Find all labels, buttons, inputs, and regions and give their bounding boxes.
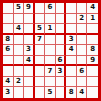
cell-r2c7[interactable] bbox=[66, 14, 77, 25]
cell-r8c1[interactable]: 4 bbox=[3, 77, 14, 88]
cell-r1c8[interactable] bbox=[77, 3, 88, 14]
cell-r3c6[interactable] bbox=[56, 24, 67, 35]
cell-r6c8[interactable] bbox=[77, 56, 88, 67]
cell-r2c6[interactable] bbox=[56, 14, 67, 25]
cell-r4c1[interactable]: 8 bbox=[3, 35, 14, 46]
cell-r5c1[interactable]: 6 bbox=[3, 45, 14, 56]
cell-r1c1[interactable] bbox=[3, 3, 14, 14]
cell-r3c4[interactable]: 5 bbox=[35, 24, 46, 35]
cell-r4c3[interactable] bbox=[24, 35, 35, 46]
cell-r2c1[interactable] bbox=[3, 14, 14, 25]
cell-r6c2[interactable] bbox=[14, 56, 25, 67]
cell-r4c2[interactable] bbox=[14, 35, 25, 46]
cell-r9c3[interactable] bbox=[24, 87, 35, 98]
cell-r4c9[interactable] bbox=[87, 35, 98, 46]
cell-r3c7[interactable] bbox=[66, 24, 77, 35]
cell-r5c4[interactable] bbox=[35, 45, 46, 56]
sudoku-board: 5964214518736348469736423584 bbox=[0, 0, 101, 101]
cell-r2c4[interactable] bbox=[35, 14, 46, 25]
cell-r9c5[interactable]: 5 bbox=[45, 87, 56, 98]
cell-r1c7[interactable] bbox=[66, 3, 77, 14]
cell-r6c6[interactable]: 6 bbox=[56, 56, 67, 67]
cell-r5c7[interactable]: 4 bbox=[66, 45, 77, 56]
cell-r9c9[interactable] bbox=[87, 87, 98, 98]
cell-r6c5[interactable] bbox=[45, 56, 56, 67]
cell-r6c3[interactable]: 4 bbox=[24, 56, 35, 67]
cell-r7c5[interactable]: 7 bbox=[45, 66, 56, 77]
cell-r8c3[interactable] bbox=[24, 77, 35, 88]
cell-r8c4[interactable] bbox=[35, 77, 46, 88]
cell-r8c6[interactable] bbox=[56, 77, 67, 88]
cell-r2c3[interactable] bbox=[24, 14, 35, 25]
cell-r2c9[interactable]: 1 bbox=[87, 14, 98, 25]
cell-r3c3[interactable] bbox=[24, 24, 35, 35]
cell-r7c6[interactable]: 3 bbox=[56, 66, 67, 77]
cell-r7c4[interactable] bbox=[35, 66, 46, 77]
cell-r5c5[interactable] bbox=[45, 45, 56, 56]
cell-r4c6[interactable] bbox=[56, 35, 67, 46]
cell-r9c7[interactable]: 8 bbox=[66, 87, 77, 98]
cell-r6c7[interactable] bbox=[66, 56, 77, 67]
cell-r6c1[interactable] bbox=[3, 56, 14, 67]
cell-r3c8[interactable] bbox=[77, 24, 88, 35]
cell-r7c1[interactable] bbox=[3, 66, 14, 77]
cell-r8c7[interactable] bbox=[66, 77, 77, 88]
cell-r5c6[interactable] bbox=[56, 45, 67, 56]
cell-r6c4[interactable] bbox=[35, 56, 46, 67]
cell-r9c1[interactable]: 3 bbox=[3, 87, 14, 98]
cell-r7c8[interactable]: 6 bbox=[77, 66, 88, 77]
cell-r9c2[interactable] bbox=[14, 87, 25, 98]
cell-r4c4[interactable]: 7 bbox=[35, 35, 46, 46]
cell-r1c6[interactable] bbox=[56, 3, 67, 14]
cell-r1c4[interactable] bbox=[35, 3, 46, 14]
cell-r8c9[interactable] bbox=[87, 77, 98, 88]
cell-r9c8[interactable]: 4 bbox=[77, 87, 88, 98]
cell-r3c2[interactable]: 4 bbox=[14, 24, 25, 35]
cell-r2c2[interactable] bbox=[14, 14, 25, 25]
cell-r4c8[interactable] bbox=[77, 35, 88, 46]
cell-r5c2[interactable] bbox=[14, 45, 25, 56]
cell-r3c9[interactable] bbox=[87, 24, 98, 35]
cell-r1c3[interactable]: 9 bbox=[24, 3, 35, 14]
cell-r7c3[interactable] bbox=[24, 66, 35, 77]
cell-r3c5[interactable]: 1 bbox=[45, 24, 56, 35]
cell-r8c5[interactable] bbox=[45, 77, 56, 88]
cell-r4c7[interactable]: 3 bbox=[66, 35, 77, 46]
cell-r9c6[interactable] bbox=[56, 87, 67, 98]
cell-r1c5[interactable]: 6 bbox=[45, 3, 56, 14]
cell-r8c8[interactable] bbox=[77, 77, 88, 88]
cell-r7c7[interactable] bbox=[66, 66, 77, 77]
cell-r1c2[interactable]: 5 bbox=[14, 3, 25, 14]
cell-r1c9[interactable]: 4 bbox=[87, 3, 98, 14]
cell-r7c2[interactable] bbox=[14, 66, 25, 77]
cell-r5c9[interactable]: 8 bbox=[87, 45, 98, 56]
cell-r5c3[interactable]: 3 bbox=[24, 45, 35, 56]
cell-r7c9[interactable] bbox=[87, 66, 98, 77]
cell-r9c4[interactable] bbox=[35, 87, 46, 98]
cell-r2c8[interactable]: 2 bbox=[77, 14, 88, 25]
cell-r3c1[interactable] bbox=[3, 24, 14, 35]
cell-r6c9[interactable]: 9 bbox=[87, 56, 98, 67]
cell-r8c2[interactable]: 2 bbox=[14, 77, 25, 88]
cell-r2c5[interactable] bbox=[45, 14, 56, 25]
cell-r4c5[interactable] bbox=[45, 35, 56, 46]
cell-r5c8[interactable] bbox=[77, 45, 88, 56]
